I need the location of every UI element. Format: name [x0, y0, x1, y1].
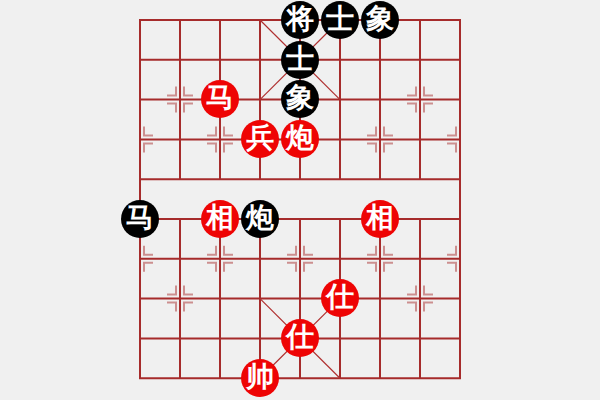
- piece-red-pawn[interactable]: 兵: [241, 120, 279, 158]
- piece-black-horse[interactable]: 马: [121, 200, 159, 238]
- xiangqi-board: 将士象士马象兵炮马相炮相仕仕帅: [120, 0, 480, 398]
- piece-black-cannon[interactable]: 炮: [241, 200, 279, 238]
- piece-red-general[interactable]: 帅: [241, 359, 279, 397]
- xiangqi-diagram: 将士象士马象兵炮马相炮相仕仕帅: [0, 0, 600, 400]
- piece-red-advisor[interactable]: 仕: [321, 279, 359, 317]
- piece-red-elephant[interactable]: 相: [201, 200, 239, 238]
- piece-black-advisor[interactable]: 士: [281, 41, 319, 79]
- piece-red-elephant[interactable]: 相: [361, 200, 399, 238]
- piece-black-elephant[interactable]: 象: [281, 80, 319, 118]
- piece-black-general[interactable]: 将: [281, 1, 319, 39]
- piece-red-horse[interactable]: 马: [201, 80, 239, 118]
- piece-red-cannon[interactable]: 炮: [281, 120, 319, 158]
- piece-black-elephant[interactable]: 象: [361, 1, 399, 39]
- piece-red-advisor[interactable]: 仕: [281, 319, 319, 357]
- piece-black-advisor[interactable]: 士: [321, 1, 359, 39]
